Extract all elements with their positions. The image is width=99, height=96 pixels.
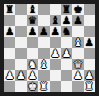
square-f4[interactable]: ♟ <box>61 48 72 59</box>
white-pawn-piece: ♟ <box>28 70 37 80</box>
square-h5[interactable]: ♟ <box>84 37 95 48</box>
square-b3[interactable] <box>15 59 26 70</box>
square-d2[interactable] <box>38 70 49 81</box>
chess-board: ♜♝♜♚♛♝♟♟♟♟♟♟♞♝♟♟♟♞♝♛♟♟♟♟♟♚♜♜ <box>4 4 95 92</box>
white-pawn-piece: ♟ <box>16 70 25 80</box>
square-f2[interactable] <box>61 70 72 81</box>
black-pawn-piece: ♟ <box>50 26 59 36</box>
square-d3[interactable]: ♝ <box>38 59 49 70</box>
black-pawn-piece: ♟ <box>62 15 71 25</box>
square-b1[interactable] <box>15 81 26 92</box>
square-h3[interactable] <box>84 59 95 70</box>
square-e2[interactable] <box>50 70 61 81</box>
square-g8[interactable]: ♚ <box>72 4 83 15</box>
white-rook-piece: ♜ <box>39 81 48 91</box>
square-h1[interactable]: ♜ <box>84 81 95 92</box>
white-pawn-piece: ♟ <box>85 70 94 80</box>
square-h4[interactable] <box>84 48 95 59</box>
square-f6[interactable]: ♞ <box>61 26 72 37</box>
square-d1[interactable]: ♜ <box>38 81 49 92</box>
square-c5[interactable] <box>27 37 38 48</box>
white-pawn-piece: ♟ <box>73 70 82 80</box>
square-h6[interactable] <box>84 26 95 37</box>
square-e3[interactable] <box>50 59 61 70</box>
square-d4[interactable] <box>38 48 49 59</box>
square-e1[interactable] <box>50 81 61 92</box>
square-d6[interactable]: ♟ <box>38 26 49 37</box>
square-g5[interactable]: ♝ <box>72 37 83 48</box>
square-g2[interactable]: ♟ <box>72 70 83 81</box>
square-f5[interactable] <box>61 37 72 48</box>
square-c6[interactable]: ♟ <box>27 26 38 37</box>
square-c2[interactable]: ♟ <box>27 70 38 81</box>
black-bishop-piece: ♝ <box>28 4 37 14</box>
white-king-piece: ♚ <box>28 81 37 91</box>
black-pawn-piece: ♟ <box>5 26 14 36</box>
square-g4[interactable] <box>72 48 83 59</box>
square-a1[interactable] <box>4 81 15 92</box>
square-e8[interactable] <box>50 4 61 15</box>
black-rook-piece: ♜ <box>62 4 71 14</box>
square-b4[interactable] <box>15 48 26 59</box>
square-a2[interactable]: ♟ <box>4 70 15 81</box>
square-a3[interactable] <box>4 59 15 70</box>
square-f7[interactable]: ♟ <box>61 15 72 26</box>
square-b2[interactable]: ♟ <box>15 70 26 81</box>
square-h2[interactable]: ♟ <box>84 70 95 81</box>
square-b8[interactable] <box>15 4 26 15</box>
square-c8[interactable]: ♝ <box>27 4 38 15</box>
square-g3[interactable]: ♛ <box>72 59 83 70</box>
black-knight-piece: ♞ <box>62 26 71 36</box>
square-e4[interactable]: ♟ <box>50 48 61 59</box>
square-c4[interactable] <box>27 48 38 59</box>
square-d8[interactable] <box>38 4 49 15</box>
square-g7[interactable]: ♟ <box>72 15 83 26</box>
board-frame: ♜♝♜♚♛♝♟♟♟♟♟♟♞♝♟♟♟♞♝♛♟♟♟♟♟♚♜♜ <box>0 0 99 96</box>
square-a5[interactable] <box>4 37 15 48</box>
square-d5[interactable] <box>38 37 49 48</box>
square-f8[interactable]: ♜ <box>61 4 72 15</box>
square-e7[interactable]: ♝ <box>50 15 61 26</box>
square-f1[interactable] <box>61 81 72 92</box>
square-a8[interactable]: ♜ <box>4 4 15 15</box>
square-g1[interactable] <box>72 81 83 92</box>
square-a7[interactable] <box>4 15 15 26</box>
black-pawn-piece: ♟ <box>73 15 82 25</box>
square-a6[interactable]: ♟ <box>4 26 15 37</box>
white-pawn-piece: ♟ <box>5 70 14 80</box>
square-e6[interactable]: ♟ <box>50 26 61 37</box>
square-c7[interactable]: ♛ <box>27 15 38 26</box>
square-b6[interactable] <box>15 26 26 37</box>
square-b7[interactable] <box>15 15 26 26</box>
white-bishop-piece: ♝ <box>39 59 48 69</box>
black-king-piece: ♚ <box>73 4 82 14</box>
white-bishop-piece: ♝ <box>73 37 82 47</box>
square-b5[interactable] <box>15 37 26 48</box>
white-rook-piece: ♜ <box>85 81 94 91</box>
square-e5[interactable] <box>50 37 61 48</box>
white-queen-piece: ♛ <box>73 59 82 69</box>
white-pawn-piece: ♟ <box>62 48 71 58</box>
square-g6[interactable] <box>72 26 83 37</box>
black-bishop-piece: ♝ <box>50 15 59 25</box>
black-rook-piece: ♜ <box>5 4 14 14</box>
square-h7[interactable] <box>84 15 95 26</box>
black-pawn-piece: ♟ <box>39 26 48 36</box>
square-a4[interactable] <box>4 48 15 59</box>
white-pawn-piece: ♟ <box>50 48 59 58</box>
black-pawn-piece: ♟ <box>85 37 94 47</box>
white-knight-piece: ♞ <box>28 59 37 69</box>
square-f3[interactable] <box>61 59 72 70</box>
square-d7[interactable] <box>38 15 49 26</box>
square-c3[interactable]: ♞ <box>27 59 38 70</box>
square-c1[interactable]: ♚ <box>27 81 38 92</box>
black-queen-piece: ♛ <box>28 15 37 25</box>
square-h8[interactable] <box>84 4 95 15</box>
black-pawn-piece: ♟ <box>28 26 37 36</box>
